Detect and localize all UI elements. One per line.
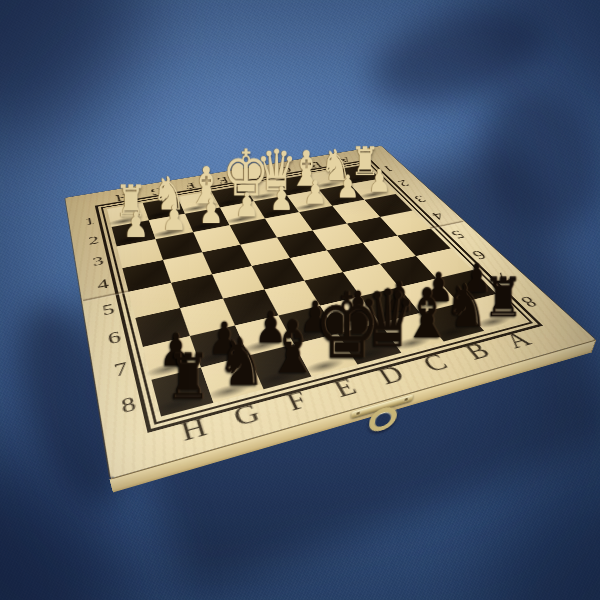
piece-black-knight-g8[interactable]: ♞ (217, 331, 260, 394)
piece-black-rook-h8[interactable]: ♜ (165, 348, 209, 407)
piece-black-bishop-f8[interactable]: ♝ (266, 312, 308, 381)
piece-white-pawn-d2[interactable]: ♟ (267, 184, 297, 215)
square-e4[interactable] (240, 237, 290, 266)
metal-clasp (351, 393, 413, 422)
square-h5[interactable] (129, 283, 181, 318)
chess-set-photo: { "game": "chess", "scene": { "descripti… (0, 0, 600, 600)
rank-labels-left-6: 6 (88, 318, 142, 359)
chess-board: HGFEDCBA HGFEDCBA 12345678 12345678 ♜♞♝♚… (65, 146, 595, 478)
piece-white-pawn-c2[interactable]: ♟ (301, 178, 330, 208)
piece-white-pawn-h2[interactable]: ♟ (120, 209, 152, 242)
piece-white-pawn-f2[interactable]: ♟ (196, 196, 227, 228)
square-c5[interactable] (327, 243, 380, 272)
piece-white-pawn-b2[interactable]: ♟ (333, 172, 362, 202)
piece-black-rook-a8[interactable]: ♜ (484, 273, 522, 324)
piece-white-pawn-g2[interactable]: ♟ (159, 202, 190, 234)
scene: HGFEDCBA HGFEDCBA 12345678 12345678 ♜♞♝♚… (0, 0, 600, 600)
piece-white-pawn-e2[interactable]: ♟ (232, 190, 262, 221)
piece-black-king-e8[interactable]: ♚ (313, 283, 354, 369)
rank-labels-left-8: 8 (98, 380, 159, 432)
piece-white-pawn-a2[interactable]: ♟ (365, 167, 393, 197)
